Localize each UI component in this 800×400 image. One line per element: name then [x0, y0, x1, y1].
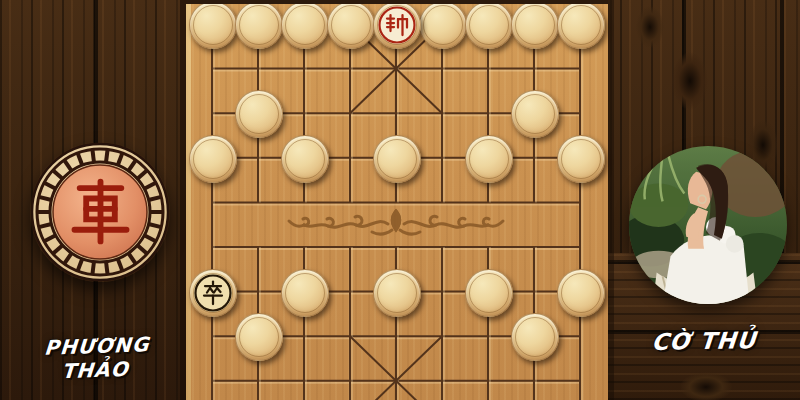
piece-face-down[interactable]	[281, 1, 329, 49]
bush	[629, 184, 688, 227]
piece-face-down[interactable]	[465, 135, 513, 183]
wood-knot	[672, 52, 708, 110]
woman-portrait	[629, 146, 787, 304]
piece-face-down[interactable]	[557, 135, 605, 183]
player-name-right: CỜ THỦ	[613, 326, 796, 355]
piece-face-down[interactable]	[511, 1, 559, 49]
piece-face-down[interactable]	[281, 269, 329, 317]
avatar-photo	[629, 146, 787, 304]
piece-face-down[interactable]	[235, 313, 283, 361]
piece-face-down[interactable]	[373, 135, 421, 183]
chariot-piece-icon	[30, 142, 170, 282]
piece-face-down[interactable]	[557, 269, 605, 317]
piece-face-down[interactable]	[511, 90, 559, 138]
thumbnail-stage: PHƯƠNG THẢO CỜ THỦ	[0, 0, 800, 400]
piece-face-down[interactable]	[419, 1, 467, 49]
piece-face-down[interactable]	[373, 269, 421, 317]
piece-face-down[interactable]	[465, 269, 513, 317]
xiangqi-board[interactable]	[186, 0, 608, 400]
pieces-layer	[186, 0, 608, 400]
wood-knot	[680, 372, 732, 400]
piece-face-down[interactable]	[327, 1, 375, 49]
dress-ruffle	[726, 235, 744, 253]
piece-face-down[interactable]	[189, 1, 237, 49]
red-chariot-medallion	[30, 142, 170, 282]
piece-face-down[interactable]	[511, 313, 559, 361]
piece-face-down[interactable]	[235, 90, 283, 138]
wood-knot	[636, 6, 664, 48]
piece-face-down[interactable]	[235, 1, 283, 49]
piece-black-soldier[interactable]	[189, 269, 237, 317]
piece-red-general[interactable]	[373, 1, 421, 49]
piece-face-down[interactable]	[557, 1, 605, 49]
piece-face-down[interactable]	[281, 135, 329, 183]
piece-face-down[interactable]	[465, 1, 513, 49]
player-name-left: PHƯƠNG THẢO	[6, 331, 186, 385]
piece-face-down[interactable]	[189, 135, 237, 183]
